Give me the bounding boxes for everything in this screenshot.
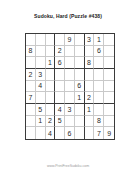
sudoku-cell-r8c5[interactable]	[65, 116, 75, 128]
sudoku-cell-r9c4[interactable]	[55, 127, 65, 139]
sudoku-cell-r5c9[interactable]	[104, 81, 114, 93]
sudoku-cell-r4c1[interactable]: 2	[26, 69, 36, 81]
sudoku-cell-r5c4[interactable]	[55, 81, 65, 93]
sudoku-cell-r9c8[interactable]: 7	[94, 127, 104, 139]
sudoku-cell-r9c5[interactable]: 6	[65, 127, 75, 139]
sudoku-cell-r6c4[interactable]	[55, 92, 65, 104]
sudoku-cell-r3c4[interactable]: 6	[55, 57, 65, 69]
sudoku-cell-r7c7[interactable]: 1	[85, 104, 95, 116]
sudoku-cell-r2c9[interactable]	[104, 46, 114, 58]
sudoku-cell-r6c3[interactable]	[46, 92, 56, 104]
sudoku-cell-r4c5[interactable]	[65, 69, 75, 81]
sudoku-cell-r3c1[interactable]	[26, 57, 36, 69]
sudoku-cell-r4c8[interactable]	[94, 69, 104, 81]
sudoku-cell-r1c1[interactable]	[26, 34, 36, 46]
sudoku-cell-r5c2[interactable]: 4	[36, 81, 46, 93]
sudoku-cell-r4c7[interactable]	[85, 69, 95, 81]
sudoku-cell-r4c4[interactable]	[55, 69, 65, 81]
sudoku-cell-r3c5[interactable]	[65, 57, 75, 69]
sudoku-cell-r8c6[interactable]	[75, 116, 85, 128]
sudoku-page: Sudoku, Hard (Puzzle #438) 9318261682346…	[0, 0, 136, 176]
sudoku-cell-r2c3[interactable]	[46, 46, 56, 58]
sudoku-cell-r2c1[interactable]: 8	[26, 46, 36, 58]
sudoku-cell-r7c6[interactable]	[75, 104, 85, 116]
puzzle-title: Sudoku, Hard (Puzzle #438)	[0, 13, 136, 19]
sudoku-cell-r3c2[interactable]	[36, 57, 46, 69]
sudoku-cell-r2c8[interactable]: 6	[94, 46, 104, 58]
sudoku-cell-r1c2[interactable]	[36, 34, 46, 46]
sudoku-cell-r1c6[interactable]	[75, 34, 85, 46]
sudoku-cell-r6c1[interactable]: 7	[26, 92, 36, 104]
sudoku-cell-r5c7[interactable]	[85, 81, 95, 93]
sudoku-cell-r4c9[interactable]	[104, 69, 114, 81]
sudoku-cell-r6c9[interactable]	[104, 92, 114, 104]
sudoku-cell-r8c2[interactable]: 1	[36, 116, 46, 128]
sudoku-cell-r1c8[interactable]: 1	[94, 34, 104, 46]
sudoku-cell-r1c3[interactable]	[46, 34, 56, 46]
sudoku-board: 9318261682346712543112584679	[25, 33, 115, 140]
sudoku-cell-r3c3[interactable]: 1	[46, 57, 56, 69]
sudoku-cell-r6c6[interactable]: 1	[75, 92, 85, 104]
sudoku-cell-r5c3[interactable]	[46, 81, 56, 93]
sudoku-cell-r2c4[interactable]: 2	[55, 46, 65, 58]
sudoku-cell-r8c7[interactable]	[85, 116, 95, 128]
sudoku-cell-r7c2[interactable]: 5	[36, 104, 46, 116]
footer-url: www.PrintFreeSudoku.com	[0, 164, 136, 168]
sudoku-cell-r1c9[interactable]	[104, 34, 114, 46]
sudoku-cell-r5c5[interactable]	[65, 81, 75, 93]
sudoku-cell-r6c2[interactable]	[36, 92, 46, 104]
sudoku-cell-r3c6[interactable]	[75, 57, 85, 69]
sudoku-cell-r2c5[interactable]	[65, 46, 75, 58]
sudoku-cell-r8c1[interactable]	[26, 116, 36, 128]
sudoku-cell-r2c7[interactable]	[85, 46, 95, 58]
sudoku-cell-r9c6[interactable]	[75, 127, 85, 139]
sudoku-cell-r4c6[interactable]	[75, 69, 85, 81]
sudoku-cell-r7c1[interactable]	[26, 104, 36, 116]
sudoku-cell-r1c4[interactable]	[55, 34, 65, 46]
sudoku-cell-r2c2[interactable]	[36, 46, 46, 58]
sudoku-cell-r9c7[interactable]	[85, 127, 95, 139]
sudoku-cell-r6c8[interactable]	[94, 92, 104, 104]
sudoku-cell-r9c3[interactable]: 4	[46, 127, 56, 139]
sudoku-cell-r7c8[interactable]	[94, 104, 104, 116]
sudoku-cell-r4c2[interactable]: 3	[36, 69, 46, 81]
sudoku-cell-r2c6[interactable]	[75, 46, 85, 58]
sudoku-cell-r8c8[interactable]: 8	[94, 116, 104, 128]
sudoku-cell-r3c7[interactable]: 8	[85, 57, 95, 69]
sudoku-cell-r3c9[interactable]	[104, 57, 114, 69]
sudoku-cell-r9c2[interactable]	[36, 127, 46, 139]
sudoku-cell-r5c6[interactable]: 6	[75, 81, 85, 93]
sudoku-cell-r5c1[interactable]	[26, 81, 36, 93]
sudoku-cell-r1c5[interactable]: 9	[65, 34, 75, 46]
sudoku-cell-r6c5[interactable]	[65, 92, 75, 104]
sudoku-cell-r4c3[interactable]	[46, 69, 56, 81]
sudoku-cell-r9c1[interactable]	[26, 127, 36, 139]
sudoku-cell-r8c3[interactable]: 2	[46, 116, 56, 128]
sudoku-cell-r7c3[interactable]	[46, 104, 56, 116]
sudoku-cell-r6c7[interactable]: 2	[85, 92, 95, 104]
sudoku-cell-r8c9[interactable]	[104, 116, 114, 128]
sudoku-cell-r7c5[interactable]: 3	[65, 104, 75, 116]
sudoku-cell-r1c7[interactable]: 3	[85, 34, 95, 46]
sudoku-cell-r9c9[interactable]: 9	[104, 127, 114, 139]
sudoku-cell-r8c4[interactable]: 5	[55, 116, 65, 128]
sudoku-cell-r7c4[interactable]: 4	[55, 104, 65, 116]
sudoku-cell-r5c8[interactable]	[94, 81, 104, 93]
sudoku-cell-r7c9[interactable]	[104, 104, 114, 116]
sudoku-cell-r3c8[interactable]	[94, 57, 104, 69]
